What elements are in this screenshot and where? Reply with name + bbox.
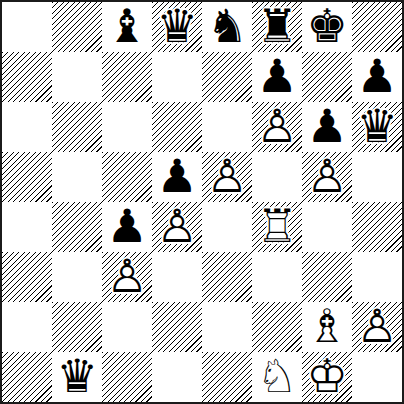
- square-d6[interactable]: [152, 102, 202, 152]
- square-h3[interactable]: [352, 252, 402, 302]
- square-g2[interactable]: ♝♗: [302, 302, 352, 352]
- square-c7[interactable]: [102, 52, 152, 102]
- piece-glyph: ♟: [302, 102, 352, 152]
- piece-glyph: ♛: [52, 352, 102, 402]
- square-h1[interactable]: [352, 352, 402, 402]
- black-pawn: ♟♟: [102, 202, 152, 252]
- piece-glyph: ♙: [252, 102, 302, 152]
- square-f1[interactable]: ♞♘: [252, 352, 302, 402]
- black-rook: ♜♜: [252, 2, 302, 52]
- black-pawn: ♟♟: [252, 52, 302, 102]
- square-c1[interactable]: [102, 352, 152, 402]
- square-d3[interactable]: [152, 252, 202, 302]
- piece-halo: ♟: [252, 52, 302, 102]
- piece-glyph: ♛: [352, 102, 402, 152]
- square-b2[interactable]: [52, 302, 102, 352]
- square-c3[interactable]: ♟♙: [102, 252, 152, 302]
- white-bishop: ♝♗: [302, 302, 352, 352]
- square-b3[interactable]: [52, 252, 102, 302]
- square-h7[interactable]: ♟♟: [352, 52, 402, 102]
- square-d1[interactable]: [152, 352, 202, 402]
- piece-halo: ♜: [252, 2, 302, 52]
- white-king: ♚♔: [302, 352, 352, 402]
- white-rook: ♜♖: [252, 202, 302, 252]
- piece-glyph: ♙: [302, 152, 352, 202]
- square-d8[interactable]: ♛♛: [152, 2, 202, 52]
- square-c2[interactable]: [102, 302, 152, 352]
- piece-glyph: ♞: [202, 2, 252, 52]
- square-d4[interactable]: ♟♙: [152, 202, 202, 252]
- square-b7[interactable]: [52, 52, 102, 102]
- piece-halo: ♟: [302, 102, 352, 152]
- square-g7[interactable]: [302, 52, 352, 102]
- square-a6[interactable]: [2, 102, 52, 152]
- square-f5[interactable]: [252, 152, 302, 202]
- black-queen: ♛♛: [352, 102, 402, 152]
- chess-board: ♝♝♛♛♞♞♜♜♚♚♟♟♟♟♟♙♟♟♛♛♟♟♟♙♟♙♟♟♟♙♜♖♟♙♝♗♟♙♛♛…: [0, 0, 404, 404]
- square-h2[interactable]: ♟♙: [352, 302, 402, 352]
- square-h8[interactable]: [352, 2, 402, 52]
- black-pawn: ♟♟: [152, 152, 202, 202]
- square-a7[interactable]: [2, 52, 52, 102]
- piece-halo: ♟: [102, 202, 152, 252]
- square-g1[interactable]: ♚♔: [302, 352, 352, 402]
- white-pawn: ♟♙: [152, 202, 202, 252]
- square-e4[interactable]: [202, 202, 252, 252]
- square-e3[interactable]: [202, 252, 252, 302]
- piece-glyph: ♙: [152, 202, 202, 252]
- piece-glyph: ♜: [252, 2, 302, 52]
- piece-glyph: ♛: [152, 2, 202, 52]
- square-g5[interactable]: ♟♙: [302, 152, 352, 202]
- black-pawn: ♟♟: [302, 102, 352, 152]
- piece-glyph: ♔: [302, 352, 352, 402]
- piece-halo: ♟: [352, 302, 402, 352]
- square-d5[interactable]: ♟♟: [152, 152, 202, 202]
- piece-glyph: ♟: [102, 202, 152, 252]
- piece-glyph: ♙: [202, 152, 252, 202]
- black-pawn: ♟♟: [352, 52, 402, 102]
- square-d7[interactable]: [152, 52, 202, 102]
- square-e6[interactable]: [202, 102, 252, 152]
- piece-halo: ♚: [302, 2, 352, 52]
- white-pawn: ♟♙: [352, 302, 402, 352]
- black-queen: ♛♛: [152, 2, 202, 52]
- white-pawn: ♟♙: [302, 152, 352, 202]
- square-b8[interactable]: [52, 2, 102, 52]
- white-knight: ♞♘: [252, 352, 302, 402]
- square-a8[interactable]: [2, 2, 52, 52]
- piece-halo: ♟: [202, 152, 252, 202]
- square-c5[interactable]: [102, 152, 152, 202]
- black-queen: ♛♛: [52, 352, 102, 402]
- square-c8[interactable]: ♝♝: [102, 2, 152, 52]
- black-bishop: ♝♝: [102, 2, 152, 52]
- square-e2[interactable]: [202, 302, 252, 352]
- square-c4[interactable]: ♟♟: [102, 202, 152, 252]
- square-f4[interactable]: ♜♖: [252, 202, 302, 252]
- piece-halo: ♛: [52, 352, 102, 402]
- square-a5[interactable]: [2, 152, 52, 202]
- square-b5[interactable]: [52, 152, 102, 202]
- square-e1[interactable]: [202, 352, 252, 402]
- square-h5[interactable]: [352, 152, 402, 202]
- piece-glyph: ♚: [302, 2, 352, 52]
- square-g4[interactable]: [302, 202, 352, 252]
- piece-halo: ♞: [202, 2, 252, 52]
- piece-halo: ♟: [102, 252, 152, 302]
- square-a3[interactable]: [2, 252, 52, 302]
- piece-glyph: ♙: [102, 252, 152, 302]
- square-a4[interactable]: [2, 202, 52, 252]
- square-g6[interactable]: ♟♟: [302, 102, 352, 152]
- square-b4[interactable]: [52, 202, 102, 252]
- piece-halo: ♝: [302, 302, 352, 352]
- piece-halo: ♚: [302, 352, 352, 402]
- square-f7[interactable]: ♟♟: [252, 52, 302, 102]
- piece-glyph: ♝: [102, 2, 152, 52]
- square-f2[interactable]: [252, 302, 302, 352]
- square-e8[interactable]: ♞♞: [202, 2, 252, 52]
- square-b1[interactable]: ♛♛: [52, 352, 102, 402]
- square-a2[interactable]: [2, 302, 52, 352]
- piece-halo: ♛: [152, 2, 202, 52]
- square-g8[interactable]: ♚♚: [302, 2, 352, 52]
- piece-halo: ♝: [102, 2, 152, 52]
- black-king: ♚♚: [302, 2, 352, 52]
- white-pawn: ♟♙: [202, 152, 252, 202]
- piece-glyph: ♟: [252, 52, 302, 102]
- piece-glyph: ♖: [252, 202, 302, 252]
- square-b6[interactable]: [52, 102, 102, 152]
- black-knight: ♞♞: [202, 2, 252, 52]
- square-d2[interactable]: [152, 302, 202, 352]
- white-pawn: ♟♙: [102, 252, 152, 302]
- square-h6[interactable]: ♛♛: [352, 102, 402, 152]
- piece-halo: ♟: [152, 152, 202, 202]
- square-c6[interactable]: [102, 102, 152, 152]
- square-e7[interactable]: [202, 52, 252, 102]
- piece-glyph: ♙: [352, 302, 402, 352]
- piece-halo: ♟: [352, 52, 402, 102]
- piece-halo: ♟: [252, 102, 302, 152]
- piece-glyph: ♟: [152, 152, 202, 202]
- piece-glyph: ♟: [352, 52, 402, 102]
- piece-glyph: ♘: [252, 352, 302, 402]
- square-f8[interactable]: ♜♜: [252, 2, 302, 52]
- piece-halo: ♜: [252, 202, 302, 252]
- square-f3[interactable]: [252, 252, 302, 302]
- square-e5[interactable]: ♟♙: [202, 152, 252, 202]
- piece-halo: ♟: [152, 202, 202, 252]
- piece-halo: ♟: [302, 152, 352, 202]
- square-h4[interactable]: [352, 202, 402, 252]
- white-pawn: ♟♙: [252, 102, 302, 152]
- square-a1[interactable]: [2, 352, 52, 402]
- piece-glyph: ♗: [302, 302, 352, 352]
- piece-halo: ♛: [352, 102, 402, 152]
- piece-halo: ♞: [252, 352, 302, 402]
- square-g3[interactable]: [302, 252, 352, 302]
- square-f6[interactable]: ♟♙: [252, 102, 302, 152]
